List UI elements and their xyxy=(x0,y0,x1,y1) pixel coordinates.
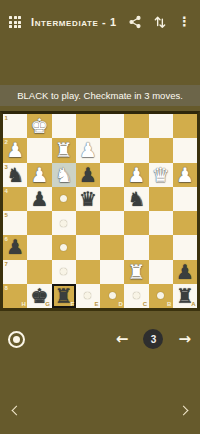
rank-label-5: 5 xyxy=(5,212,8,218)
move-dot-b8 xyxy=(157,292,164,299)
square-g3[interactable]: ♟ xyxy=(27,163,51,187)
square-f7[interactable] xyxy=(52,260,76,284)
square-b2[interactable] xyxy=(149,138,173,162)
chess-board: 1♚2♟♜♟3♞♟♞♟♟♛♟4♟♛♞56♟7♜♟8HG♚F♜EDCBA♜ xyxy=(0,111,200,311)
square-b3[interactable]: ♛ xyxy=(149,163,173,187)
square-d7[interactable] xyxy=(100,260,124,284)
piece-black-P-a7: ♟ xyxy=(176,261,194,283)
square-e2[interactable]: ♟ xyxy=(76,138,100,162)
move-dot-d8 xyxy=(109,292,116,299)
rank-label-2: 2 xyxy=(5,139,8,145)
piece-white-R-c7: ♜ xyxy=(127,261,145,283)
move-dot-f4 xyxy=(60,195,67,202)
square-b8[interactable]: B xyxy=(149,284,173,308)
square-d8[interactable]: D xyxy=(100,284,124,308)
square-h8[interactable]: 8H xyxy=(3,284,27,308)
piece-white-P-g3: ♟ xyxy=(30,164,48,186)
square-c3[interactable]: ♟ xyxy=(124,163,148,187)
square-c7[interactable]: ♜ xyxy=(124,260,148,284)
square-h1[interactable]: 1 xyxy=(3,114,27,138)
move-counter-badge: 3 xyxy=(143,329,163,349)
piece-black-P-g4: ♟ xyxy=(30,188,48,210)
piece-white-N-f3: ♞ xyxy=(55,164,73,186)
square-f8[interactable]: F♜ xyxy=(52,284,76,308)
square-g2[interactable] xyxy=(27,138,51,162)
square-c8[interactable]: C xyxy=(124,284,148,308)
move-dot-f5 xyxy=(60,220,67,227)
piece-white-P-e2: ♟ xyxy=(79,139,97,161)
square-c4[interactable]: ♞ xyxy=(124,187,148,211)
piece-white-P-a3: ♟ xyxy=(176,164,194,186)
square-g6[interactable] xyxy=(27,235,51,259)
move-dot-f7 xyxy=(60,268,67,275)
square-a3[interactable]: ♟ xyxy=(173,163,197,187)
piece-black-N-c4: ♞ xyxy=(127,188,145,210)
square-a2[interactable] xyxy=(173,138,197,162)
next-move-button[interactable]: → xyxy=(178,329,191,349)
grid-menu-icon[interactable] xyxy=(9,16,21,28)
square-b5[interactable] xyxy=(149,211,173,235)
rank-label-3: 3 xyxy=(5,164,8,170)
more-vert-icon[interactable]: ⋮ xyxy=(178,15,191,29)
chevron-left-icon[interactable] xyxy=(12,405,22,415)
square-h7[interactable]: 7 xyxy=(3,260,27,284)
square-d6[interactable] xyxy=(100,235,124,259)
square-e7[interactable] xyxy=(76,260,100,284)
piece-white-R-f2: ♜ xyxy=(55,139,73,161)
move-dot-c8 xyxy=(133,292,140,299)
record-target-icon[interactable] xyxy=(8,331,25,348)
square-e6[interactable] xyxy=(76,235,100,259)
square-e1[interactable] xyxy=(76,114,100,138)
square-d3[interactable] xyxy=(100,163,124,187)
piece-black-Q-e4: ♛ xyxy=(79,188,97,210)
file-label-f: F xyxy=(71,301,75,307)
square-g1[interactable]: ♚ xyxy=(27,114,51,138)
square-h2[interactable]: 2♟ xyxy=(3,138,27,162)
file-label-d: D xyxy=(118,301,122,307)
piece-white-P-c3: ♟ xyxy=(127,164,145,186)
square-f1[interactable] xyxy=(52,114,76,138)
file-label-c: C xyxy=(143,301,147,307)
square-f2[interactable]: ♜ xyxy=(52,138,76,162)
chevron-right-icon[interactable] xyxy=(179,405,189,415)
rank-label-6: 6 xyxy=(5,236,8,242)
rank-label-8: 8 xyxy=(5,285,8,291)
file-label-b: B xyxy=(167,301,171,307)
rank-label-1: 1 xyxy=(5,115,8,121)
file-label-g: G xyxy=(45,301,50,307)
square-h6[interactable]: 6♟ xyxy=(3,235,27,259)
square-a6[interactable] xyxy=(173,235,197,259)
move-dot-f6 xyxy=(60,244,67,251)
square-b7[interactable] xyxy=(149,260,173,284)
square-c2[interactable] xyxy=(124,138,148,162)
square-g7[interactable] xyxy=(27,260,51,284)
piece-black-N-h3: ♞ xyxy=(6,164,24,186)
square-a5[interactable] xyxy=(173,211,197,235)
square-h4[interactable]: 4 xyxy=(3,187,27,211)
square-a7[interactable]: ♟ xyxy=(173,260,197,284)
rank-label-4: 4 xyxy=(5,188,8,194)
square-e8[interactable]: E xyxy=(76,284,100,308)
square-a1[interactable] xyxy=(173,114,197,138)
puzzle-pager xyxy=(0,401,200,419)
square-g8[interactable]: G♚ xyxy=(27,284,51,308)
rank-label-7: 7 xyxy=(5,261,8,267)
square-a8[interactable]: A♜ xyxy=(173,284,197,308)
square-g5[interactable] xyxy=(27,211,51,235)
status-text: BLACK to play. Checkmate in 3 moves. xyxy=(17,90,183,101)
piece-black-P-e3: ♟ xyxy=(79,164,97,186)
piece-black-P-h6: ♟ xyxy=(6,236,24,258)
square-d1[interactable] xyxy=(100,114,124,138)
square-h3[interactable]: 3♞ xyxy=(3,163,27,187)
file-label-e: E xyxy=(94,301,98,307)
square-d5[interactable] xyxy=(100,211,124,235)
square-h5[interactable]: 5 xyxy=(3,211,27,235)
square-f6[interactable] xyxy=(52,235,76,259)
file-label-h: H xyxy=(21,301,25,307)
move-dot-e8 xyxy=(84,292,91,299)
square-c6[interactable] xyxy=(124,235,148,259)
move-counter-value: 3 xyxy=(151,334,157,345)
share-icon[interactable] xyxy=(128,15,142,29)
page-title: Intermediate - 1 xyxy=(31,16,128,28)
swap-vertical-icon[interactable] xyxy=(153,15,167,29)
square-b4[interactable] xyxy=(149,187,173,211)
square-e5[interactable] xyxy=(76,211,100,235)
piece-white-K-g1: ♚ xyxy=(30,115,48,137)
piece-white-P-h2: ♟ xyxy=(6,139,24,161)
controls-row: ← 3 → xyxy=(0,327,200,351)
square-c1[interactable] xyxy=(124,114,148,138)
app-bar: Intermediate - 1 ⋮ xyxy=(0,9,200,35)
square-a4[interactable] xyxy=(173,187,197,211)
status-bar: BLACK to play. Checkmate in 3 moves. xyxy=(0,85,200,106)
square-f5[interactable] xyxy=(52,211,76,235)
square-c5[interactable] xyxy=(124,211,148,235)
square-f4[interactable] xyxy=(52,187,76,211)
square-e3[interactable]: ♟ xyxy=(76,163,100,187)
square-b6[interactable] xyxy=(149,235,173,259)
piece-white-Q-b3: ♛ xyxy=(152,164,170,186)
previous-move-button[interactable]: ← xyxy=(116,329,129,349)
square-g4[interactable]: ♟ xyxy=(27,187,51,211)
square-d4[interactable] xyxy=(100,187,124,211)
square-b1[interactable] xyxy=(149,114,173,138)
square-f3[interactable]: ♞ xyxy=(52,163,76,187)
square-e4[interactable]: ♛ xyxy=(76,187,100,211)
file-label-a: A xyxy=(191,301,195,307)
square-d2[interactable] xyxy=(100,138,124,162)
